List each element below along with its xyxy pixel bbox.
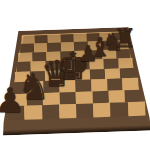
piece-rook-h8[interactable]: ♜ <box>113 25 136 51</box>
photo-canvas: ♟♞♛♚♟♝♞♜ <box>0 0 150 150</box>
pieces-layer: ♟♞♛♚♟♝♞♜ <box>0 0 150 150</box>
